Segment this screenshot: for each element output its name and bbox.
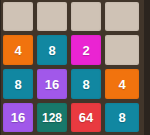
empty-cell-r0c2 (71, 2, 101, 31)
tile-4-r2c3: 4 (105, 69, 139, 99)
empty-cell-r0c0 (3, 2, 33, 31)
empty-cell-r0c3 (105, 2, 139, 31)
tile-8-r2c2: 8 (71, 69, 101, 99)
game-board-2048[interactable]: 4828168416128648 (1, 0, 144, 135)
tile-8-r2c0: 8 (3, 69, 33, 99)
tile-64-r3c2: 64 (71, 103, 101, 132)
tile-2-r1c2: 2 (71, 35, 101, 65)
empty-cell-r1c3 (105, 35, 139, 65)
tile-16-r3c0: 16 (3, 103, 33, 132)
tile-16-r2c1: 16 (37, 69, 67, 99)
tile-128-r3c1: 128 (37, 103, 67, 132)
tile-8-r1c1: 8 (37, 35, 67, 65)
tile-4-r1c0: 4 (3, 35, 33, 65)
empty-cell-r0c1 (37, 2, 67, 31)
tile-grid: 4828168416128648 (1, 0, 144, 132)
tile-8-r3c3: 8 (105, 103, 139, 132)
